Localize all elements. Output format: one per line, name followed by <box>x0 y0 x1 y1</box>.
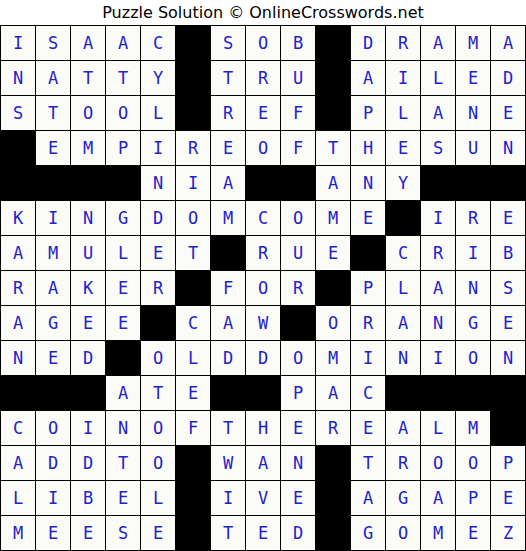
black-cell-r11c7 <box>211 376 246 411</box>
letter-cell-r1c7: S <box>211 26 246 61</box>
letter-cell-r14c14: P <box>456 481 491 516</box>
letter-cell-r6c5: D <box>141 201 176 236</box>
letter-cell-r11c6: E <box>176 376 211 411</box>
letter-cell-r7c1: A <box>1 236 36 271</box>
letter-cell-r3c13: A <box>421 96 456 131</box>
black-cell-r8c6 <box>176 271 211 306</box>
letter-cell-r12c10: R <box>316 411 351 446</box>
letter-cell-r7c9: U <box>281 236 316 271</box>
letter-cell-r4c5: I <box>141 131 176 166</box>
letter-cell-r15c7: T <box>211 516 246 551</box>
letter-cell-r9c2: G <box>36 306 71 341</box>
letter-cell-r12c9: E <box>281 411 316 446</box>
letter-cell-r6c14: R <box>456 201 491 236</box>
letter-cell-r13c15: P <box>491 446 526 481</box>
letter-cell-r10c7: D <box>211 341 246 376</box>
letter-cell-r15c14: E <box>456 516 491 551</box>
letter-cell-r6c8: C <box>246 201 281 236</box>
letter-cell-r9c14: G <box>456 306 491 341</box>
black-cell-r5c8 <box>246 166 281 201</box>
black-cell-r5c13 <box>421 166 456 201</box>
letter-cell-r9c3: E <box>71 306 106 341</box>
letter-cell-r2c12: I <box>386 61 421 96</box>
letter-cell-r8c5: R <box>141 271 176 306</box>
letter-cell-r12c12: A <box>386 411 421 446</box>
letter-cell-r14c1: L <box>1 481 36 516</box>
letter-cell-r5c7: A <box>211 166 246 201</box>
letter-cell-r2c7: T <box>211 61 246 96</box>
letter-cell-r15c3: E <box>71 516 106 551</box>
page-title: Puzzle Solution © OnlineCrosswords.net <box>102 3 424 22</box>
letter-cell-r4c8: O <box>246 131 281 166</box>
letter-cell-r8c12: L <box>386 271 421 306</box>
letter-cell-r4c3: M <box>71 131 106 166</box>
letter-cell-r11c11: C <box>351 376 386 411</box>
letter-cell-r12c5: O <box>141 411 176 446</box>
letter-cell-r15c11: G <box>351 516 386 551</box>
letter-cell-r2c14: E <box>456 61 491 96</box>
letter-cell-r5c11: N <box>351 166 386 201</box>
letter-cell-r10c15: N <box>491 341 526 376</box>
letter-cell-r9c4: E <box>106 306 141 341</box>
black-cell-r9c5 <box>141 306 176 341</box>
letter-cell-r8c1: R <box>1 271 36 306</box>
letter-cell-r4c10: T <box>316 131 351 166</box>
letter-cell-r9c7: A <box>211 306 246 341</box>
letter-cell-r15c4: S <box>106 516 141 551</box>
letter-cell-r2c11: A <box>351 61 386 96</box>
black-cell-r5c15 <box>491 166 526 201</box>
letter-cell-r9c8: W <box>246 306 281 341</box>
letter-cell-r1c13: A <box>421 26 456 61</box>
black-cell-r10c4 <box>106 341 141 376</box>
letter-cell-r1c9: B <box>281 26 316 61</box>
title-bar: Puzzle Solution © OnlineCrosswords.net <box>0 0 526 25</box>
black-cell-r8c10 <box>316 271 351 306</box>
letter-cell-r3c3: O <box>71 96 106 131</box>
letter-cell-r3c12: L <box>386 96 421 131</box>
letter-cell-r1c15: A <box>491 26 526 61</box>
letter-cell-r15c8: E <box>246 516 281 551</box>
letter-cell-r3c15: E <box>491 96 526 131</box>
letter-cell-r14c2: I <box>36 481 71 516</box>
letter-cell-r10c14: O <box>456 341 491 376</box>
letter-cell-r12c2: O <box>36 411 71 446</box>
letter-cell-r6c10: M <box>316 201 351 236</box>
letter-cell-r3c9: F <box>281 96 316 131</box>
letter-cell-r12c14: M <box>456 411 491 446</box>
black-cell-r14c6 <box>176 481 211 516</box>
letter-cell-r14c8: V <box>246 481 281 516</box>
letter-cell-r13c1: A <box>1 446 36 481</box>
letter-cell-r9c15: E <box>491 306 526 341</box>
letter-cell-r12c8: H <box>246 411 281 446</box>
letter-cell-r1c4: A <box>106 26 141 61</box>
black-cell-r11c14 <box>456 376 491 411</box>
black-cell-r5c1 <box>1 166 36 201</box>
letter-cell-r3c5: L <box>141 96 176 131</box>
letter-cell-r6c7: M <box>211 201 246 236</box>
letter-cell-r7c4: L <box>106 236 141 271</box>
letter-cell-r9c1: A <box>1 306 36 341</box>
letter-cell-r12c13: L <box>421 411 456 446</box>
letter-cell-r5c10: A <box>316 166 351 201</box>
letter-cell-r1c5: C <box>141 26 176 61</box>
letter-cell-r6c13: I <box>421 201 456 236</box>
letter-cell-r10c8: D <box>246 341 281 376</box>
letter-cell-r3c14: N <box>456 96 491 131</box>
letter-cell-r9c13: N <box>421 306 456 341</box>
letter-cell-r8c11: P <box>351 271 386 306</box>
letter-cell-r4c2: E <box>36 131 71 166</box>
letter-cell-r2c1: N <box>1 61 36 96</box>
black-cell-r13c6 <box>176 446 211 481</box>
black-cell-r6c12 <box>386 201 421 236</box>
letter-cell-r4c15: N <box>491 131 526 166</box>
letter-cell-r4c4: P <box>106 131 141 166</box>
black-cell-r11c3 <box>71 376 106 411</box>
letter-cell-r14c12: G <box>386 481 421 516</box>
black-cell-r7c11 <box>351 236 386 271</box>
letter-cell-r7c6: T <box>176 236 211 271</box>
black-cell-r12c15 <box>491 411 526 446</box>
letter-cell-r10c11: I <box>351 341 386 376</box>
letter-cell-r7c12: C <box>386 236 421 271</box>
letter-cell-r1c1: I <box>1 26 36 61</box>
black-cell-r11c1 <box>1 376 36 411</box>
letter-cell-r11c5: T <box>141 376 176 411</box>
letter-cell-r1c14: M <box>456 26 491 61</box>
letter-cell-r8c14: N <box>456 271 491 306</box>
letter-cell-r10c3: D <box>71 341 106 376</box>
letter-cell-r8c7: F <box>211 271 246 306</box>
letter-cell-r13c3: D <box>71 446 106 481</box>
letter-cell-r6c9: O <box>281 201 316 236</box>
letter-cell-r10c10: M <box>316 341 351 376</box>
black-cell-r3c6 <box>176 96 211 131</box>
letter-cell-r7c13: R <box>421 236 456 271</box>
black-cell-r5c2 <box>36 166 71 201</box>
black-cell-r1c10 <box>316 26 351 61</box>
black-cell-r11c2 <box>36 376 71 411</box>
letter-cell-r10c2: E <box>36 341 71 376</box>
black-cell-r2c6 <box>176 61 211 96</box>
letter-cell-r3c4: O <box>106 96 141 131</box>
letter-cell-r8c3: K <box>71 271 106 306</box>
black-cell-r15c6 <box>176 516 211 551</box>
letter-cell-r13c2: D <box>36 446 71 481</box>
letter-cell-r2c15: D <box>491 61 526 96</box>
letter-cell-r14c5: L <box>141 481 176 516</box>
letter-cell-r14c9: E <box>281 481 316 516</box>
letter-cell-r2c9: U <box>281 61 316 96</box>
letter-cell-r7c3: U <box>71 236 106 271</box>
letter-cell-r12c7: T <box>211 411 246 446</box>
letter-cell-r8c13: A <box>421 271 456 306</box>
letter-cell-r12c4: N <box>106 411 141 446</box>
letter-cell-r1c8: O <box>246 26 281 61</box>
letter-cell-r2c4: T <box>106 61 141 96</box>
black-cell-r5c3 <box>71 166 106 201</box>
letter-cell-r7c2: M <box>36 236 71 271</box>
letter-cell-r12c3: I <box>71 411 106 446</box>
letter-cell-r13c4: T <box>106 446 141 481</box>
letter-cell-r4c14: U <box>456 131 491 166</box>
letter-cell-r12c11: E <box>351 411 386 446</box>
black-cell-r7c7 <box>211 236 246 271</box>
letter-cell-r7c14: I <box>456 236 491 271</box>
letter-cell-r10c5: O <box>141 341 176 376</box>
letter-cell-r3c1: S <box>1 96 36 131</box>
letter-cell-r10c13: I <box>421 341 456 376</box>
letter-cell-r7c5: E <box>141 236 176 271</box>
letter-cell-r8c15: S <box>491 271 526 306</box>
letter-cell-r6c4: G <box>106 201 141 236</box>
letter-cell-r6c1: K <box>1 201 36 236</box>
letter-cell-r8c2: A <box>36 271 71 306</box>
black-cell-r15c10 <box>316 516 351 551</box>
letter-cell-r15c1: M <box>1 516 36 551</box>
letter-cell-r12c6: F <box>176 411 211 446</box>
letter-cell-r6c15: E <box>491 201 526 236</box>
black-cell-r5c4 <box>106 166 141 201</box>
letter-cell-r3c8: E <box>246 96 281 131</box>
letter-cell-r7c10: E <box>316 236 351 271</box>
black-cell-r11c12 <box>386 376 421 411</box>
letter-cell-r12c1: C <box>1 411 36 446</box>
letter-cell-r15c2: E <box>36 516 71 551</box>
letter-cell-r4c6: R <box>176 131 211 166</box>
letter-cell-r13c11: T <box>351 446 386 481</box>
letter-cell-r9c10: O <box>316 306 351 341</box>
letter-cell-r9c11: R <box>351 306 386 341</box>
letter-cell-r10c6: L <box>176 341 211 376</box>
letter-cell-r2c3: T <box>71 61 106 96</box>
letter-cell-r1c2: S <box>36 26 71 61</box>
crossword-grid: ISAACSOBDRAMANATTYTRUAILEDSTOOLREFPLANEE… <box>0 25 526 551</box>
black-cell-r5c14 <box>456 166 491 201</box>
letter-cell-r9c6: C <box>176 306 211 341</box>
letter-cell-r13c5: O <box>141 446 176 481</box>
letter-cell-r5c12: Y <box>386 166 421 201</box>
letter-cell-r11c9: P <box>281 376 316 411</box>
black-cell-r11c15 <box>491 376 526 411</box>
letter-cell-r13c14: O <box>456 446 491 481</box>
letter-cell-r4c12: E <box>386 131 421 166</box>
letter-cell-r14c3: B <box>71 481 106 516</box>
letter-cell-r6c3: N <box>71 201 106 236</box>
letter-cell-r4c13: S <box>421 131 456 166</box>
letter-cell-r15c15: Z <box>491 516 526 551</box>
letter-cell-r14c13: A <box>421 481 456 516</box>
letter-cell-r10c1: N <box>1 341 36 376</box>
letter-cell-r13c12: R <box>386 446 421 481</box>
letter-cell-r6c6: O <box>176 201 211 236</box>
letter-cell-r3c7: R <box>211 96 246 131</box>
letter-cell-r15c5: E <box>141 516 176 551</box>
letter-cell-r3c11: P <box>351 96 386 131</box>
letter-cell-r2c8: R <box>246 61 281 96</box>
letter-cell-r10c12: N <box>386 341 421 376</box>
letter-cell-r15c9: D <box>281 516 316 551</box>
black-cell-r13c10 <box>316 446 351 481</box>
black-cell-r9c9 <box>281 306 316 341</box>
letter-cell-r2c2: A <box>36 61 71 96</box>
black-cell-r1c6 <box>176 26 211 61</box>
letter-cell-r5c6: I <box>176 166 211 201</box>
letter-cell-r14c7: I <box>211 481 246 516</box>
letter-cell-r13c9: N <box>281 446 316 481</box>
letter-cell-r10c9: O <box>281 341 316 376</box>
letter-cell-r2c5: Y <box>141 61 176 96</box>
letter-cell-r5c5: N <box>141 166 176 201</box>
letter-cell-r14c11: A <box>351 481 386 516</box>
letter-cell-r8c8: O <box>246 271 281 306</box>
letter-cell-r6c2: I <box>36 201 71 236</box>
letter-cell-r9c12: A <box>386 306 421 341</box>
black-cell-r11c13 <box>421 376 456 411</box>
letter-cell-r15c12: O <box>386 516 421 551</box>
letter-cell-r8c4: E <box>106 271 141 306</box>
black-cell-r14c10 <box>316 481 351 516</box>
letter-cell-r13c7: W <box>211 446 246 481</box>
letter-cell-r6c11: E <box>351 201 386 236</box>
letter-cell-r7c15: B <box>491 236 526 271</box>
letter-cell-r4c9: F <box>281 131 316 166</box>
black-cell-r4c1 <box>1 131 36 166</box>
letter-cell-r7c8: R <box>246 236 281 271</box>
letter-cell-r4c11: H <box>351 131 386 166</box>
black-cell-r11c8 <box>246 376 281 411</box>
black-cell-r2c10 <box>316 61 351 96</box>
letter-cell-r14c15: E <box>491 481 526 516</box>
letter-cell-r2c13: L <box>421 61 456 96</box>
letter-cell-r3c2: T <box>36 96 71 131</box>
puzzle-solution-page: Puzzle Solution © OnlineCrosswords.net I… <box>0 0 526 551</box>
letter-cell-r8c9: R <box>281 271 316 306</box>
letter-cell-r1c12: R <box>386 26 421 61</box>
letter-cell-r1c11: D <box>351 26 386 61</box>
black-cell-r5c9 <box>281 166 316 201</box>
letter-cell-r13c8: A <box>246 446 281 481</box>
letter-cell-r4c7: E <box>211 131 246 166</box>
letter-cell-r1c3: A <box>71 26 106 61</box>
letter-cell-r11c10: A <box>316 376 351 411</box>
letter-cell-r14c4: E <box>106 481 141 516</box>
black-cell-r3c10 <box>316 96 351 131</box>
letter-cell-r13c13: O <box>421 446 456 481</box>
letter-cell-r15c13: M <box>421 516 456 551</box>
letter-cell-r11c4: A <box>106 376 141 411</box>
